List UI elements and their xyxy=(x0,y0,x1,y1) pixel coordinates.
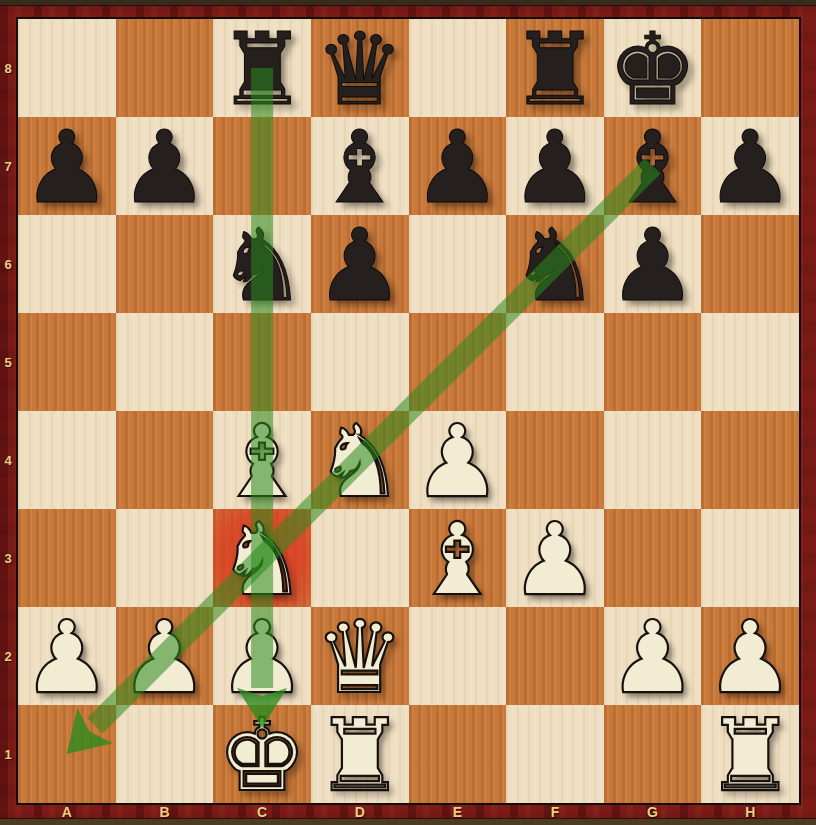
square-e3[interactable]: ♝ xyxy=(409,509,507,607)
square-f1[interactable] xyxy=(506,705,604,803)
black-rook-c8[interactable]: ♜ xyxy=(217,21,307,119)
square-b7[interactable]: ♟ xyxy=(116,117,214,215)
square-c2[interactable]: ♟ xyxy=(213,607,311,705)
black-pawn-e7[interactable]: ♟ xyxy=(412,119,502,217)
black-pawn-a7[interactable]: ♟ xyxy=(22,119,112,217)
square-a3[interactable] xyxy=(18,509,116,607)
white-pawn-b2[interactable]: ♟ xyxy=(120,609,210,707)
rank-label-3: 3 xyxy=(0,509,16,607)
black-queen-d8[interactable]: ♛ xyxy=(315,21,405,119)
square-a1[interactable] xyxy=(18,705,116,803)
square-g3[interactable] xyxy=(604,509,702,607)
square-d2[interactable]: ♛ xyxy=(311,607,409,705)
square-b3[interactable] xyxy=(116,509,214,607)
square-h4[interactable] xyxy=(701,411,799,509)
square-g6[interactable]: ♟ xyxy=(604,215,702,313)
square-b8[interactable] xyxy=(116,19,214,117)
black-bishop-g7[interactable]: ♝ xyxy=(608,119,698,217)
frame-top-strip xyxy=(0,0,816,6)
black-pawn-g6[interactable]: ♟ xyxy=(608,217,698,315)
white-knight-c3[interactable]: ♞ xyxy=(217,511,307,609)
square-g4[interactable] xyxy=(604,411,702,509)
black-bishop-d7[interactable]: ♝ xyxy=(315,119,405,217)
square-b4[interactable] xyxy=(116,411,214,509)
black-pawn-b7[interactable]: ♟ xyxy=(120,119,210,217)
square-f2[interactable] xyxy=(506,607,604,705)
square-c8[interactable]: ♜ xyxy=(213,19,311,117)
frame-bottom-strip xyxy=(0,818,816,825)
square-c3[interactable]: ♞ xyxy=(213,509,311,607)
black-king-g8[interactable]: ♚ xyxy=(608,21,698,119)
square-e1[interactable] xyxy=(409,705,507,803)
square-e8[interactable] xyxy=(409,19,507,117)
square-a5[interactable] xyxy=(18,313,116,411)
square-g2[interactable]: ♟ xyxy=(604,607,702,705)
square-b6[interactable] xyxy=(116,215,214,313)
square-b2[interactable]: ♟ xyxy=(116,607,214,705)
square-f8[interactable]: ♜ xyxy=(506,19,604,117)
square-d4[interactable]: ♞ xyxy=(311,411,409,509)
square-f7[interactable]: ♟ xyxy=(506,117,604,215)
file-label-e: E xyxy=(408,804,506,819)
square-h1[interactable]: ♜ xyxy=(701,705,799,803)
rank-label-4: 4 xyxy=(0,411,16,509)
white-rook-h1[interactable]: ♜ xyxy=(705,707,795,805)
white-queen-d2[interactable]: ♛ xyxy=(315,609,405,707)
file-label-a: A xyxy=(18,804,116,819)
white-knight-d4[interactable]: ♞ xyxy=(315,413,405,511)
square-h3[interactable] xyxy=(701,509,799,607)
white-pawn-h2[interactable]: ♟ xyxy=(705,609,795,707)
square-g5[interactable] xyxy=(604,313,702,411)
square-a8[interactable] xyxy=(18,19,116,117)
square-d6[interactable]: ♟ xyxy=(311,215,409,313)
square-c5[interactable] xyxy=(213,313,311,411)
square-f4[interactable] xyxy=(506,411,604,509)
chess-app-frame: ♜♛♜♚♟♟♝♟♟♝♟♞♟♞♟♝♞♟♞♝♟♟♟♟♛♟♟♚♜♜ 87654321 … xyxy=(0,0,816,825)
file-label-g: G xyxy=(604,804,702,819)
square-d8[interactable]: ♛ xyxy=(311,19,409,117)
white-pawn-e4[interactable]: ♟ xyxy=(412,413,502,511)
white-pawn-f3[interactable]: ♟ xyxy=(510,511,600,609)
square-g7[interactable]: ♝ xyxy=(604,117,702,215)
square-e4[interactable]: ♟ xyxy=(409,411,507,509)
square-a4[interactable] xyxy=(18,411,116,509)
square-h7[interactable]: ♟ xyxy=(701,117,799,215)
black-pawn-d6[interactable]: ♟ xyxy=(315,217,405,315)
square-g1[interactable] xyxy=(604,705,702,803)
square-h5[interactable] xyxy=(701,313,799,411)
square-f3[interactable]: ♟ xyxy=(506,509,604,607)
white-pawn-a2[interactable]: ♟ xyxy=(22,609,112,707)
square-c6[interactable]: ♞ xyxy=(213,215,311,313)
black-knight-f6[interactable]: ♞ xyxy=(510,217,600,315)
square-d3[interactable] xyxy=(311,509,409,607)
square-e5[interactable] xyxy=(409,313,507,411)
chess-board: ♜♛♜♚♟♟♝♟♟♝♟♞♟♞♟♝♞♟♞♝♟♟♟♟♛♟♟♚♜♜ xyxy=(16,17,801,805)
square-f5[interactable] xyxy=(506,313,604,411)
rank-label-1: 1 xyxy=(0,705,16,803)
square-e2[interactable] xyxy=(409,607,507,705)
rank-label-8: 8 xyxy=(0,19,16,117)
black-pawn-h7[interactable]: ♟ xyxy=(705,119,795,217)
square-b1[interactable] xyxy=(116,705,214,803)
square-a2[interactable]: ♟ xyxy=(18,607,116,705)
white-pawn-c2[interactable]: ♟ xyxy=(217,609,307,707)
square-b5[interactable] xyxy=(116,313,214,411)
square-a7[interactable]: ♟ xyxy=(18,117,116,215)
square-a6[interactable] xyxy=(18,215,116,313)
file-label-b: B xyxy=(115,804,213,819)
square-f6[interactable]: ♞ xyxy=(506,215,604,313)
square-h6[interactable] xyxy=(701,215,799,313)
black-pawn-f7[interactable]: ♟ xyxy=(510,119,600,217)
rank-label-2: 2 xyxy=(0,607,16,705)
black-knight-c6[interactable]: ♞ xyxy=(217,217,307,315)
square-d1[interactable]: ♜ xyxy=(311,705,409,803)
square-d7[interactable]: ♝ xyxy=(311,117,409,215)
square-c4[interactable]: ♝ xyxy=(213,411,311,509)
square-c1[interactable]: ♚ xyxy=(213,705,311,803)
white-bishop-c4[interactable]: ♝ xyxy=(217,413,307,511)
square-h2[interactable]: ♟ xyxy=(701,607,799,705)
square-g8[interactable]: ♚ xyxy=(604,19,702,117)
square-e7[interactable]: ♟ xyxy=(409,117,507,215)
rank-label-5: 5 xyxy=(0,313,16,411)
white-king-c1[interactable]: ♚ xyxy=(217,707,307,805)
square-e6[interactable] xyxy=(409,215,507,313)
rank-label-7: 7 xyxy=(0,117,16,215)
white-bishop-e3[interactable]: ♝ xyxy=(412,511,502,609)
rank-label-6: 6 xyxy=(0,215,16,313)
black-rook-f8[interactable]: ♜ xyxy=(510,21,600,119)
square-c7[interactable] xyxy=(213,117,311,215)
white-pawn-g2[interactable]: ♟ xyxy=(608,609,698,707)
square-d5[interactable] xyxy=(311,313,409,411)
square-h8[interactable] xyxy=(701,19,799,117)
file-label-f: F xyxy=(506,804,604,819)
white-rook-d1[interactable]: ♜ xyxy=(315,707,405,805)
